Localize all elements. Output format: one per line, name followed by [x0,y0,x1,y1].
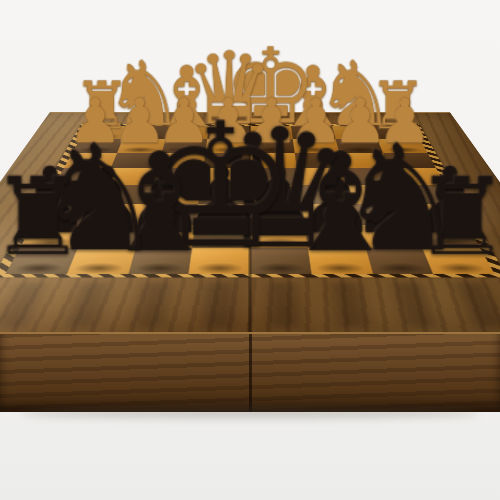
box-front-face [0,332,500,412]
box-front-seam [249,334,252,412]
black-rook[interactable]: ♜ [0,167,87,269]
board-tilt-plane: ♜♞♝♚♛♝♞♜♟♟♟♟♟♟♟♟♟♟♟♟♟♟♟♟♜♞♝♛♚♝♞♜ [0,112,500,333]
board-scene: ♜♞♝♚♛♝♞♜♟♟♟♟♟♟♟♟♟♟♟♟♟♟♟♟♜♞♝♛♚♝♞♜ [0,0,500,500]
ground-shadow [20,408,480,418]
chess-photo-stage: ♜♞♝♚♛♝♞♜♟♟♟♟♟♟♟♟♟♟♟♟♟♟♟♟♜♞♝♛♚♝♞♜ [0,0,500,500]
piece-reflections [0,282,500,328]
